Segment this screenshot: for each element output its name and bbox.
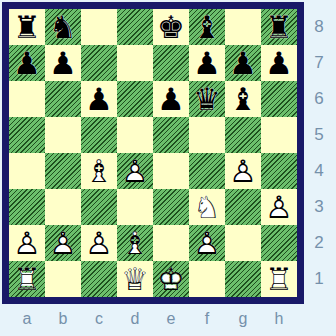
chess-diagram-page: { "game": "chess", "position": { "fen": … [0,0,336,336]
square-h8[interactable]: ♜ [261,9,297,45]
black-pawn[interactable]: ♟ [225,45,261,81]
square-g1[interactable] [225,261,261,297]
white-piece-outline-layer: ♗ [117,225,153,261]
rank-label-8: 8 [304,9,334,45]
white-pawn[interactable]: ♟♙ [261,189,297,225]
rank-label-5: 5 [304,117,334,153]
white-pawn[interactable]: ♟♙ [81,225,117,261]
square-h6[interactable] [261,81,297,117]
square-h3[interactable]: ♟♙ [261,189,297,225]
board-frame: ♜♞♚♝♜♟♟♟♟♟♟♟♛♝♝♗♟♙♟♙♞♘♟♙♟♙♟♙♟♙♝♗♟♙♜♖♛♕♚♔… [2,2,304,304]
square-f2[interactable]: ♟♙ [189,225,225,261]
square-g8[interactable] [225,9,261,45]
square-d4[interactable]: ♟♙ [117,153,153,189]
square-g4[interactable]: ♟♙ [225,153,261,189]
square-d6[interactable] [117,81,153,117]
square-b1[interactable] [45,261,81,297]
square-d8[interactable] [117,9,153,45]
square-a7[interactable]: ♟ [9,45,45,81]
square-a6[interactable] [9,81,45,117]
white-piece-outline-layer: ♖ [9,261,45,297]
rank-labels: 87654321 [304,9,334,297]
black-pawn[interactable]: ♟ [261,45,297,81]
white-knight[interactable]: ♞♘ [189,189,225,225]
white-pawn[interactable]: ♟♙ [225,153,261,189]
white-piece-outline-layer: ♙ [225,153,261,189]
square-d7[interactable] [117,45,153,81]
square-c6[interactable]: ♟ [81,81,117,117]
white-piece-outline-layer: ♗ [81,153,117,189]
square-a5[interactable] [9,117,45,153]
white-king[interactable]: ♚♔ [153,261,189,297]
square-f6[interactable]: ♛ [189,81,225,117]
rank-label-1: 1 [304,261,334,297]
square-e2[interactable] [153,225,189,261]
square-g2[interactable] [225,225,261,261]
white-queen[interactable]: ♛♕ [117,261,153,297]
square-a8[interactable]: ♜ [9,9,45,45]
black-rook[interactable]: ♜ [9,9,45,45]
black-king[interactable]: ♚ [153,9,189,45]
square-f3[interactable]: ♞♘ [189,189,225,225]
file-label-a: a [9,304,45,334]
black-bishop[interactable]: ♝ [189,9,225,45]
black-bishop[interactable]: ♝ [225,81,261,117]
square-d3[interactable] [117,189,153,225]
square-b3[interactable] [45,189,81,225]
square-c3[interactable] [81,189,117,225]
white-piece-outline-layer: ♙ [9,225,45,261]
square-h4[interactable] [261,153,297,189]
black-pawn[interactable]: ♟ [189,45,225,81]
chess-board: ♜♞♚♝♜♟♟♟♟♟♟♟♛♝♝♗♟♙♟♙♞♘♟♙♟♙♟♙♟♙♝♗♟♙♜♖♛♕♚♔… [9,9,297,297]
white-pawn[interactable]: ♟♙ [117,153,153,189]
square-e1[interactable]: ♚♔ [153,261,189,297]
white-rook[interactable]: ♜♖ [261,261,297,297]
black-queen[interactable]: ♛ [189,81,225,117]
file-label-c: c [81,304,117,334]
white-piece-outline-layer: ♘ [189,189,225,225]
white-piece-outline-layer: ♖ [261,261,297,297]
white-piece-outline-layer: ♙ [261,189,297,225]
square-f4[interactable] [189,153,225,189]
rank-label-3: 3 [304,189,334,225]
file-label-h: h [261,304,297,334]
square-e4[interactable] [153,153,189,189]
white-piece-outline-layer: ♙ [81,225,117,261]
square-b4[interactable] [45,153,81,189]
square-a2[interactable]: ♟♙ [9,225,45,261]
square-g6[interactable]: ♝ [225,81,261,117]
square-g5[interactable] [225,117,261,153]
square-g7[interactable]: ♟ [225,45,261,81]
square-a1[interactable]: ♜♖ [9,261,45,297]
white-bishop[interactable]: ♝♗ [117,225,153,261]
square-f7[interactable]: ♟ [189,45,225,81]
square-g3[interactable] [225,189,261,225]
square-c8[interactable] [81,9,117,45]
square-e3[interactable] [153,189,189,225]
rank-label-6: 6 [304,81,334,117]
white-pawn[interactable]: ♟♙ [45,225,81,261]
file-label-g: g [225,304,261,334]
square-b6[interactable] [45,81,81,117]
square-c5[interactable] [81,117,117,153]
square-e6[interactable]: ♟ [153,81,189,117]
square-b8[interactable]: ♞ [45,9,81,45]
square-h2[interactable] [261,225,297,261]
square-d1[interactable]: ♛♕ [117,261,153,297]
square-b7[interactable]: ♟ [45,45,81,81]
white-rook[interactable]: ♜♖ [9,261,45,297]
file-labels: abcdefgh [9,304,297,334]
file-label-e: e [153,304,189,334]
file-label-b: b [45,304,81,334]
square-f5[interactable] [189,117,225,153]
square-d2[interactable]: ♝♗ [117,225,153,261]
black-pawn[interactable]: ♟ [153,81,189,117]
rank-label-4: 4 [304,153,334,189]
white-piece-outline-layer: ♙ [189,225,225,261]
square-f1[interactable] [189,261,225,297]
square-h5[interactable] [261,117,297,153]
square-b5[interactable] [45,117,81,153]
square-c4[interactable]: ♝♗ [81,153,117,189]
black-pawn[interactable]: ♟ [45,45,81,81]
white-bishop[interactable]: ♝♗ [81,153,117,189]
square-e7[interactable] [153,45,189,81]
file-label-f: f [189,304,225,334]
square-e8[interactable]: ♚ [153,9,189,45]
white-piece-outline-layer: ♙ [45,225,81,261]
white-pawn[interactable]: ♟♙ [189,225,225,261]
rank-label-7: 7 [304,45,334,81]
square-c2[interactable]: ♟♙ [81,225,117,261]
black-pawn[interactable]: ♟ [9,45,45,81]
square-h7[interactable]: ♟ [261,45,297,81]
file-label-d: d [117,304,153,334]
white-piece-outline-layer: ♙ [117,153,153,189]
square-f8[interactable]: ♝ [189,9,225,45]
white-piece-outline-layer: ♕ [117,261,153,297]
square-c1[interactable] [81,261,117,297]
rank-label-2: 2 [304,225,334,261]
white-pawn[interactable]: ♟♙ [9,225,45,261]
black-knight[interactable]: ♞ [45,9,81,45]
square-b2[interactable]: ♟♙ [45,225,81,261]
square-e5[interactable] [153,117,189,153]
square-h1[interactable]: ♜♖ [261,261,297,297]
black-rook[interactable]: ♜ [261,9,297,45]
square-c7[interactable] [81,45,117,81]
square-a4[interactable] [9,153,45,189]
square-a3[interactable] [9,189,45,225]
square-d5[interactable] [117,117,153,153]
white-piece-outline-layer: ♔ [153,261,189,297]
black-pawn[interactable]: ♟ [81,81,117,117]
